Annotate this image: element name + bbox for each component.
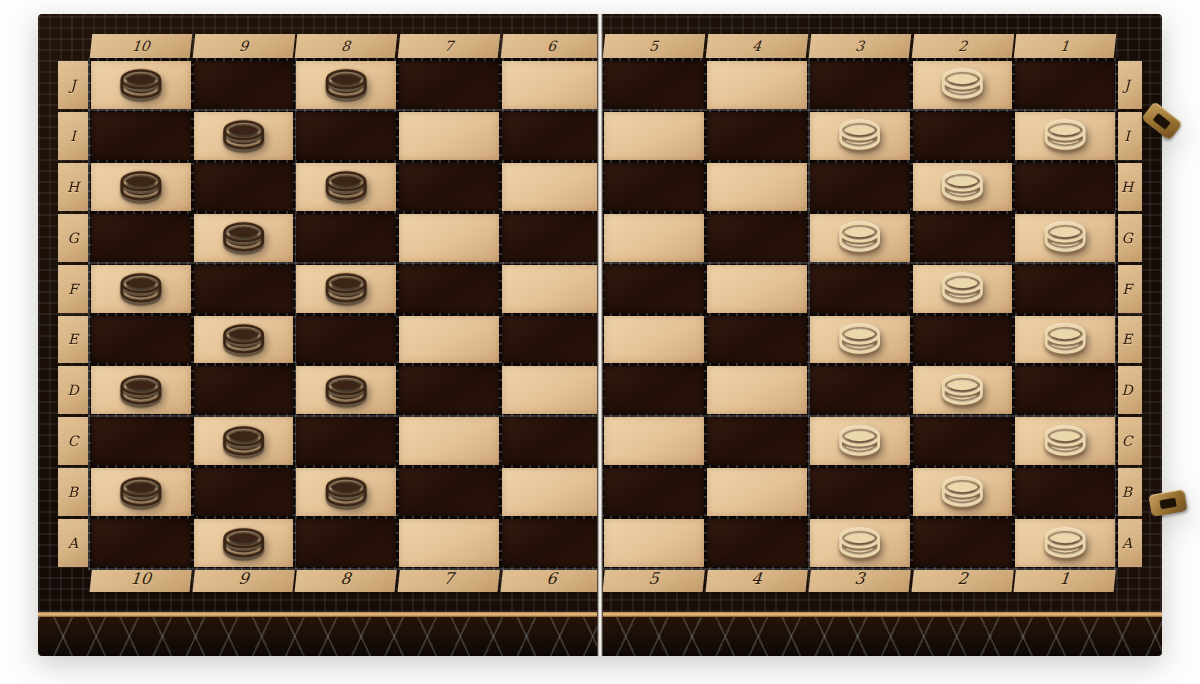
square-B4[interactable] [707,468,807,516]
row-label-D: D [58,366,88,414]
piece-dark-F10[interactable]: ⛂ [118,261,163,308]
square-E5[interactable] [604,316,704,364]
clasp-hole-icon [1159,497,1176,509]
col-label-6: 6 [501,34,603,58]
piece-dark-G9[interactable]: ⛂ [221,210,266,257]
col-label-9: 9 [192,34,294,58]
play-area: ⛂⛂⛂⛂⛂⛂⛂⛂⛂⛂⛂⛂⛂⛂⛂⛂⛂⛂⛂⛂⛂⛂⛂⛂⛂⛂⛂⛂⛂⛂ [88,58,1118,570]
square-D7[interactable] [399,366,499,414]
piece-light-C1[interactable]: ⛂ [1043,414,1088,461]
square-C4[interactable] [707,417,807,465]
col-label-1: 1 [1014,34,1116,58]
square-F7[interactable] [399,265,499,313]
piece-light-B2[interactable]: ⛂ [940,465,985,512]
square-A1[interactable]: ⛂ [1015,519,1115,567]
stage: 10987654321 10987654321 JIHGFEDCBA JIHGF… [0,0,1200,684]
fold-seam [597,14,603,656]
square-C7[interactable] [399,417,499,465]
piece-dark-J10[interactable]: ⛂ [118,57,163,104]
piece-light-G1[interactable]: ⛂ [1043,210,1088,257]
square-J8[interactable]: ⛂ [296,61,396,109]
square-D5[interactable] [604,366,704,414]
piece-light-G3[interactable]: ⛂ [837,210,882,257]
square-G5[interactable] [604,214,704,262]
square-I7[interactable] [399,112,499,160]
square-A4[interactable] [707,519,807,567]
checkers-board: 10987654321 10987654321 JIHGFEDCBA JIHGF… [38,14,1162,656]
square-J5[interactable] [604,61,704,109]
row-label-B: B [58,468,88,516]
square-J2[interactable]: ⛂ [913,61,1013,109]
piece-light-H2[interactable]: ⛂ [940,159,985,206]
square-I4[interactable] [707,112,807,160]
piece-dark-I9[interactable]: ⛂ [221,108,266,155]
piece-dark-B8[interactable]: ⛂ [324,465,369,512]
square-I5[interactable] [604,112,704,160]
square-F6[interactable] [502,265,602,313]
square-H8[interactable]: ⛂ [296,163,396,211]
square-C3[interactable]: ⛂ [810,417,910,465]
square-B8[interactable]: ⛂ [296,468,396,516]
col-label-5: 5 [603,34,705,58]
row-label-F: F [58,265,88,313]
square-B10[interactable]: ⛂ [91,468,191,516]
piece-dark-E9[interactable]: ⛂ [221,312,266,359]
piece-dark-H8[interactable]: ⛂ [324,159,369,206]
square-H2[interactable]: ⛂ [913,163,1013,211]
piece-dark-B10[interactable]: ⛂ [118,465,163,512]
square-A5[interactable] [604,519,704,567]
piece-dark-D10[interactable]: ⛂ [118,363,163,410]
col-label-7: 7 [398,34,500,58]
square-F8[interactable]: ⛂ [296,265,396,313]
square-E6[interactable] [502,316,602,364]
square-F4[interactable] [707,265,807,313]
square-I1[interactable]: ⛂ [1015,112,1115,160]
square-I3[interactable]: ⛂ [810,112,910,160]
left-letter-labels: JIHGFEDCBA [58,58,88,570]
square-J10[interactable]: ⛂ [91,61,191,109]
square-G6[interactable] [502,214,602,262]
brass-clasp-bottom [1148,489,1187,517]
square-F5[interactable] [604,265,704,313]
square-G1[interactable]: ⛂ [1015,214,1115,262]
piece-dark-F8[interactable]: ⛂ [324,261,369,308]
square-E3[interactable]: ⛂ [810,316,910,364]
square-H4[interactable] [707,163,807,211]
square-G9[interactable]: ⛂ [194,214,294,262]
square-E9[interactable]: ⛂ [194,316,294,364]
row-label-A: A [58,519,88,567]
square-C1[interactable]: ⛂ [1015,417,1115,465]
piece-light-E1[interactable]: ⛂ [1043,312,1088,359]
square-C6[interactable] [502,417,602,465]
square-I9[interactable]: ⛂ [194,112,294,160]
col-label-4: 4 [706,34,808,58]
square-D2[interactable]: ⛂ [913,366,1013,414]
square-G7[interactable] [399,214,499,262]
row-label-H: H [58,163,88,211]
square-C5[interactable] [604,417,704,465]
square-B5[interactable] [604,468,704,516]
piece-light-E3[interactable]: ⛂ [837,312,882,359]
row-label-C: C [58,417,88,465]
clasp-hole-icon [1153,113,1171,130]
square-G4[interactable] [707,214,807,262]
square-H7[interactable] [399,163,499,211]
row-label-I: I [58,112,88,160]
square-D4[interactable] [707,366,807,414]
piece-light-C3[interactable]: ⛂ [837,414,882,461]
piece-dark-C9[interactable]: ⛂ [221,414,266,461]
square-H6[interactable] [502,163,602,211]
piece-light-J2[interactable]: ⛂ [940,57,985,104]
square-C9[interactable]: ⛂ [194,417,294,465]
square-A10[interactable] [91,519,191,567]
piece-dark-A9[interactable]: ⛂ [221,516,266,563]
piece-light-F2[interactable]: ⛂ [940,261,985,308]
square-D10[interactable]: ⛂ [91,366,191,414]
square-A3[interactable]: ⛂ [810,519,910,567]
piece-light-I3[interactable]: ⛂ [837,108,882,155]
piece-light-D2[interactable]: ⛂ [940,363,985,410]
square-E1[interactable]: ⛂ [1015,316,1115,364]
square-J6[interactable] [502,61,602,109]
col-label-3: 3 [809,34,911,58]
square-B2[interactable]: ⛂ [913,468,1013,516]
row-label-E: E [58,316,88,364]
square-A9[interactable]: ⛂ [194,519,294,567]
piece-dark-D8[interactable]: ⛂ [324,363,369,410]
square-A2[interactable] [913,519,1013,567]
square-J4[interactable] [707,61,807,109]
square-D6[interactable] [502,366,602,414]
square-B6[interactable] [502,468,602,516]
square-A7[interactable] [399,519,499,567]
row-label-J: J [58,61,88,109]
row-label-G: G [58,214,88,262]
square-H10[interactable]: ⛂ [91,163,191,211]
square-I6[interactable] [502,112,602,160]
square-F2[interactable]: ⛂ [913,265,1013,313]
square-D8[interactable]: ⛂ [296,366,396,414]
piece-light-A1[interactable]: ⛂ [1043,516,1088,563]
square-J7[interactable] [399,61,499,109]
square-E7[interactable] [399,316,499,364]
piece-dark-J8[interactable]: ⛂ [324,57,369,104]
square-F10[interactable]: ⛂ [91,265,191,313]
square-A6[interactable] [502,519,602,567]
piece-light-I1[interactable]: ⛂ [1043,108,1088,155]
piece-dark-H10[interactable]: ⛂ [118,159,163,206]
square-H5[interactable] [604,163,704,211]
square-E4[interactable] [707,316,807,364]
square-G3[interactable]: ⛂ [810,214,910,262]
square-B7[interactable] [399,468,499,516]
square-A8[interactable] [296,519,396,567]
piece-light-A3[interactable]: ⛂ [837,516,882,563]
